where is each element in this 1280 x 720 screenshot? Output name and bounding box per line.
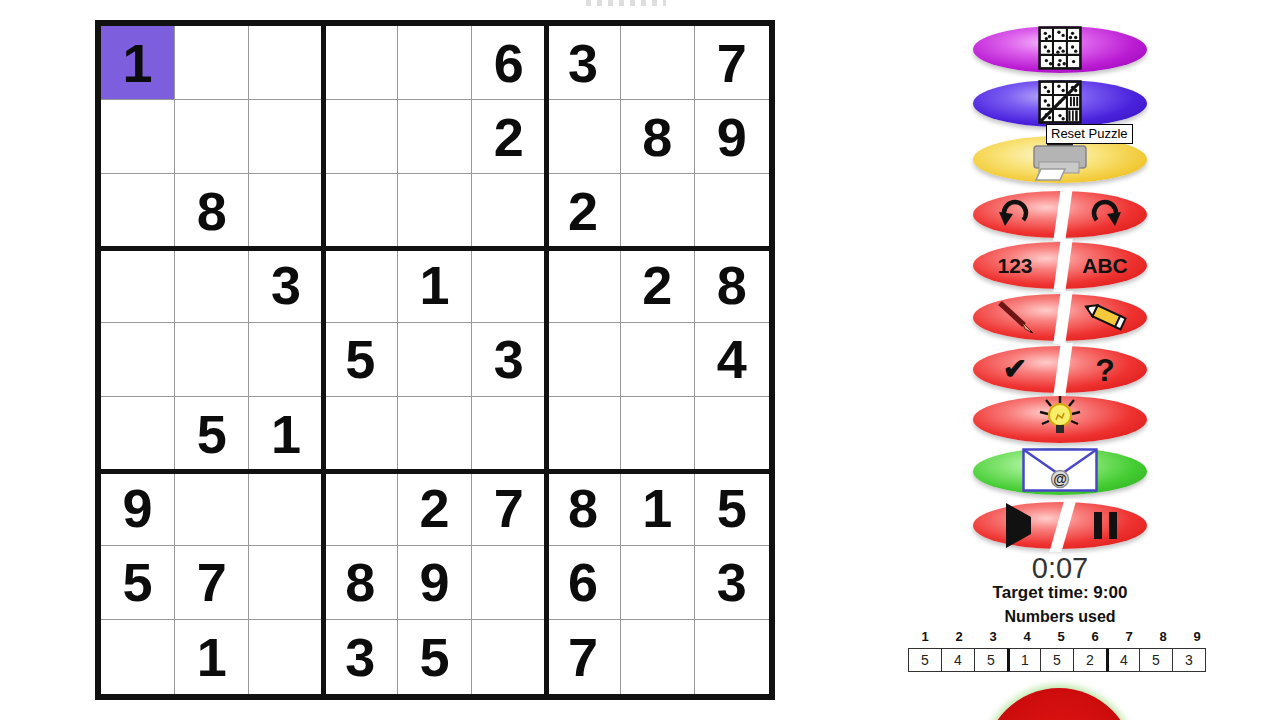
sudoku-cell-r5c6[interactable]: 3 <box>472 323 546 397</box>
sudoku-cell-r8c4[interactable]: 8 <box>324 546 398 620</box>
sudoku-cell-r8c2[interactable]: 7 <box>175 546 249 620</box>
sudoku-cell-r2c4[interactable] <box>324 100 398 174</box>
envelope-icon: @ <box>1022 448 1098 496</box>
numbers-used-header-3: 3 <box>976 629 1010 644</box>
email-button[interactable]: @ <box>973 448 1147 495</box>
pause-button[interactable] <box>1063 502 1147 549</box>
sudoku-cell-r6c6[interactable] <box>472 397 546 471</box>
sudoku-cell-r4c2[interactable] <box>175 249 249 323</box>
sudoku-cell-r9c7[interactable]: 7 <box>546 620 620 694</box>
help-button[interactable]: ? <box>1063 346 1147 393</box>
sudoku-cell-r6c9[interactable] <box>695 397 769 471</box>
check-help-button-pair: ✔ ? <box>973 346 1147 393</box>
sudoku-cell-r9c6[interactable] <box>472 620 546 694</box>
red-circle-decoration <box>984 688 1134 720</box>
sudoku-cell-r6c8[interactable] <box>621 397 695 471</box>
play-button[interactable] <box>973 502 1057 549</box>
numbers-used-count-2: 4 <box>941 648 975 672</box>
box-divider-horizontal-2 <box>101 469 769 474</box>
sudoku-cell-r4c8[interactable]: 2 <box>621 249 695 323</box>
timer-elapsed: 0:07 <box>973 552 1147 585</box>
numbers-used-count-6: 2 <box>1073 648 1107 672</box>
cropped-text-fragment <box>586 0 666 6</box>
sudoku-cell-r9c5[interactable]: 5 <box>398 620 472 694</box>
question-icon: ? <box>1095 354 1115 386</box>
numbers-used-headers: 123456789 <box>908 629 1214 644</box>
sudoku-cell-r1c2[interactable] <box>175 26 249 100</box>
sudoku-cell-r2c6[interactable]: 2 <box>472 100 546 174</box>
sudoku-cell-r2c1[interactable] <box>101 100 175 174</box>
numbers-used-title: Numbers used <box>943 608 1177 626</box>
redo-arrow-icon <box>1087 198 1123 232</box>
pause-icon <box>1094 512 1117 539</box>
numbers-used-header-7: 7 <box>1112 629 1146 644</box>
numbers-used-header-1: 1 <box>908 629 942 644</box>
pencil-icon <box>1082 298 1128 338</box>
sudoku-cell-r7c6[interactable]: 7 <box>472 471 546 545</box>
sudoku-cell-r6c7[interactable] <box>546 397 620 471</box>
sudoku-cell-r2c2[interactable] <box>175 100 249 174</box>
sudoku-cell-r7c4[interactable] <box>324 471 398 545</box>
sudoku-cell-r1c9[interactable]: 7 <box>695 26 769 100</box>
sudoku-cell-r7c7[interactable]: 8 <box>546 471 620 545</box>
numbers-mode-button[interactable]: 123 <box>973 242 1057 289</box>
sudoku-cell-r1c5[interactable] <box>398 26 472 100</box>
sudoku-cell-r8c6[interactable] <box>472 546 546 620</box>
sudoku-cell-r9c4[interactable]: 3 <box>324 620 398 694</box>
sudoku-cell-r2c7[interactable] <box>546 100 620 174</box>
sudoku-cell-r8c1[interactable]: 5 <box>101 546 175 620</box>
box-divider-vertical-2 <box>544 26 549 694</box>
sudoku-cell-r6c4[interactable] <box>324 397 398 471</box>
sudoku-cell-r9c8[interactable] <box>621 620 695 694</box>
pen-button[interactable] <box>973 294 1057 341</box>
sudoku-cell-r1c1[interactable]: 1 <box>101 26 175 100</box>
sudoku-cell-r7c5[interactable]: 2 <box>398 471 472 545</box>
numbers-used-count-1: 5 <box>908 648 942 672</box>
undo-redo-button-pair <box>973 191 1147 238</box>
numbers-mode-label: 123 <box>997 254 1032 278</box>
numbers-used-count-3: 5 <box>974 648 1008 672</box>
sudoku-cell-r7c8[interactable]: 1 <box>621 471 695 545</box>
sudoku-cell-r1c3[interactable] <box>249 26 323 100</box>
sudoku-cell-r8c5[interactable]: 9 <box>398 546 472 620</box>
sudoku-cell-r3c2[interactable]: 8 <box>175 174 249 248</box>
sudoku-cell-r6c1[interactable] <box>101 397 175 471</box>
sudoku-cell-r4c6[interactable] <box>472 249 546 323</box>
sudoku-cell-r3c3[interactable] <box>249 174 323 248</box>
sudoku-board: 1637289823128534519278155789631357 <box>95 20 775 700</box>
numbers-used-header-4: 4 <box>1010 629 1044 644</box>
box-divider-vertical-1 <box>321 26 326 694</box>
sudoku-cell-r4c1[interactable] <box>101 249 175 323</box>
sudoku-cell-r4c4[interactable] <box>324 249 398 323</box>
sudoku-cell-r1c4[interactable] <box>324 26 398 100</box>
sudoku-grid-slash-icon <box>1038 80 1082 128</box>
sudoku-cell-r4c5[interactable]: 1 <box>398 249 472 323</box>
sudoku-cell-r7c9[interactable]: 5 <box>695 471 769 545</box>
sudoku-cell-r5c8[interactable] <box>621 323 695 397</box>
target-time-label: Target time: 9:00 <box>943 583 1177 603</box>
numbers-used-count-4: 1 <box>1007 648 1041 672</box>
sudoku-cell-r1c8[interactable] <box>621 26 695 100</box>
numbers-used-count-7: 4 <box>1106 648 1140 672</box>
sudoku-cell-r5c2[interactable] <box>175 323 249 397</box>
sudoku-cell-r3c9[interactable] <box>695 174 769 248</box>
sudoku-cell-r3c8[interactable] <box>621 174 695 248</box>
undo-button[interactable] <box>973 191 1057 238</box>
sudoku-cell-r5c4[interactable]: 5 <box>324 323 398 397</box>
sudoku-cell-r8c8[interactable] <box>621 546 695 620</box>
sudoku-grid-icon <box>1038 26 1082 74</box>
new-puzzle-button[interactable] <box>973 26 1147 73</box>
sudoku-cell-r8c3[interactable] <box>249 546 323 620</box>
sudoku-cell-r3c7[interactable]: 2 <box>546 174 620 248</box>
hint-button[interactable] <box>973 396 1147 443</box>
sudoku-cell-r6c2[interactable]: 5 <box>175 397 249 471</box>
numbers-used-header-9: 9 <box>1180 629 1214 644</box>
pen-pencil-button-pair <box>973 294 1147 341</box>
sudoku-cell-r5c7[interactable] <box>546 323 620 397</box>
play-pause-button-pair <box>973 502 1147 549</box>
sudoku-cell-r7c2[interactable] <box>175 471 249 545</box>
numbers-used-header-5: 5 <box>1044 629 1078 644</box>
sudoku-cell-r4c7[interactable] <box>546 249 620 323</box>
entry-mode-button-pair: 123 ABC <box>973 242 1147 289</box>
sudoku-cell-r3c4[interactable] <box>324 174 398 248</box>
sudoku-cell-r5c9[interactable]: 4 <box>695 323 769 397</box>
sudoku-cell-r9c9[interactable] <box>695 620 769 694</box>
sudoku-cell-r4c3[interactable]: 3 <box>249 249 323 323</box>
sudoku-cell-r2c5[interactable] <box>398 100 472 174</box>
numbers-used-values: 545152453 <box>908 648 1214 672</box>
sudoku-cell-r7c3[interactable] <box>249 471 323 545</box>
lightbulb-icon <box>1036 394 1084 446</box>
check-button[interactable]: ✔ <box>973 346 1057 393</box>
sudoku-cell-r2c8[interactable]: 8 <box>621 100 695 174</box>
redo-button[interactable] <box>1063 191 1147 238</box>
pen-icon <box>994 296 1036 340</box>
sudoku-cell-r8c7[interactable]: 6 <box>546 546 620 620</box>
sudoku-cell-r1c7[interactable]: 3 <box>546 26 620 100</box>
undo-arrow-icon <box>997 198 1033 232</box>
sudoku-cell-r5c3[interactable] <box>249 323 323 397</box>
sudoku-cell-r6c5[interactable] <box>398 397 472 471</box>
sudoku-cell-r7c1[interactable]: 9 <box>101 471 175 545</box>
numbers-used-count-8: 5 <box>1139 648 1173 672</box>
sudoku-cell-r2c9[interactable]: 9 <box>695 100 769 174</box>
numbers-used-header-6: 6 <box>1078 629 1112 644</box>
sudoku-cell-r9c1[interactable] <box>101 620 175 694</box>
reset-puzzle-button[interactable] <box>973 80 1147 127</box>
numbers-used-count-9: 3 <box>1172 648 1206 672</box>
sudoku-cell-r3c1[interactable] <box>101 174 175 248</box>
sudoku-cell-r1c6[interactable]: 6 <box>472 26 546 100</box>
letters-mode-button[interactable]: ABC <box>1063 242 1147 289</box>
play-icon <box>1000 517 1031 535</box>
sudoku-cell-r9c2[interactable]: 1 <box>175 620 249 694</box>
sudoku-cell-r2c3[interactable] <box>249 100 323 174</box>
checkmark-icon: ✔ <box>1003 355 1027 384</box>
tooltip-reset-puzzle: Reset Puzzle <box>1046 124 1133 144</box>
sudoku-cell-r6c3[interactable]: 1 <box>249 397 323 471</box>
pencil-button[interactable] <box>1063 294 1147 341</box>
sudoku-cell-r5c1[interactable] <box>101 323 175 397</box>
sudoku-cell-r4c9[interactable]: 8 <box>695 249 769 323</box>
sudoku-cell-r9c3[interactable] <box>249 620 323 694</box>
sudoku-cell-r3c6[interactable] <box>472 174 546 248</box>
svg-text:@: @ <box>1053 471 1067 487</box>
sudoku-cell-r3c5[interactable] <box>398 174 472 248</box>
numbers-used-count-5: 5 <box>1040 648 1074 672</box>
box-divider-horizontal-1 <box>101 246 769 251</box>
numbers-used-header-8: 8 <box>1146 629 1180 644</box>
letters-mode-label: ABC <box>1082 254 1128 278</box>
sudoku-cell-r8c9[interactable]: 3 <box>695 546 769 620</box>
numbers-used-header-2: 2 <box>942 629 976 644</box>
sudoku-cell-r5c5[interactable] <box>398 323 472 397</box>
